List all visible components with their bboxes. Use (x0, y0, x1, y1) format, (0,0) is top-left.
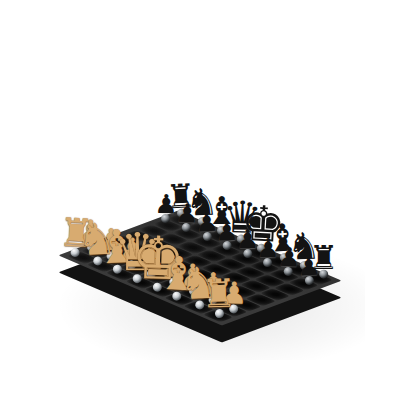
pieces-layer: ♜♞♝♛♚♝♞♜♟♟♟♟♟♟♟♟♟♟♟♟♟♟♟♟♜♞♝♛♚♝♞♜ (0, 0, 400, 400)
product-photo: ♜♞♝♛♚♝♞♜♟♟♟♟♟♟♟♟♟♟♟♟♟♟♟♟♜♞♝♛♚♝♞♜ (0, 0, 400, 400)
black-rook-glyph: ♜ (165, 181, 196, 213)
